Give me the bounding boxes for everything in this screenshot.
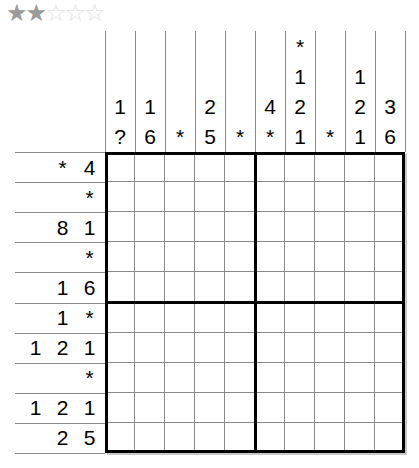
row-clue-number: 1 (76, 336, 103, 360)
column-clue-number: 3 (375, 92, 405, 122)
cell-r4c6[interactable] (255, 242, 285, 272)
cell-r4c2[interactable] (135, 242, 165, 272)
cell-r2c2[interactable] (135, 182, 165, 212)
cell-r7c1[interactable] (105, 333, 135, 363)
cell-r2c9[interactable] (345, 182, 375, 212)
column-clue-number: * (255, 122, 285, 152)
column-clue: * (165, 31, 195, 152)
row-clue: * (15, 363, 105, 393)
puzzle-board (105, 152, 405, 453)
column-clue-number: 1 (105, 92, 135, 122)
cell-r1c8[interactable] (315, 152, 345, 182)
cell-r9c1[interactable] (105, 393, 135, 423)
cell-r8c1[interactable] (105, 363, 135, 393)
cell-r1c4[interactable] (195, 152, 225, 182)
cell-r9c4[interactable] (195, 393, 225, 423)
row-clue-number: 1 (22, 396, 49, 420)
column-clue: * (225, 31, 255, 152)
cell-r10c3[interactable] (165, 423, 195, 453)
column-clue: 16 (135, 31, 165, 152)
cell-r3c4[interactable] (195, 212, 225, 242)
cell-r6c2[interactable] (135, 303, 165, 333)
column-clue-number: 1 (345, 122, 375, 152)
row-clue-number: 2 (49, 336, 76, 360)
column-clue-number: 2 (195, 92, 225, 122)
cell-r1c6[interactable] (255, 152, 285, 182)
column-clue-number: * (315, 122, 345, 152)
column-clue: 36 (375, 31, 405, 152)
row-clue: 1* (15, 303, 105, 333)
cell-r7c9[interactable] (345, 333, 375, 363)
clue-grid-line (405, 31, 406, 152)
cell-r4c5[interactable] (225, 242, 255, 272)
cell-r8c6[interactable] (255, 363, 285, 393)
cell-r10c9[interactable] (345, 423, 375, 453)
row-clue-number: 4 (76, 156, 103, 180)
star-filled-icon: ★ (26, 0, 46, 27)
column-clue: 4* (255, 31, 285, 152)
cell-r2c6[interactable] (255, 182, 285, 212)
row-clue-number: * (76, 366, 103, 390)
row-clue-number: 8 (49, 216, 76, 240)
cell-r7c2[interactable] (135, 333, 165, 363)
row-clue-number: 1 (22, 336, 49, 360)
cell-r6c3[interactable] (165, 303, 195, 333)
cell-r1c1[interactable] (105, 152, 135, 182)
cell-r1c9[interactable] (345, 152, 375, 182)
cell-r6c8[interactable] (315, 303, 345, 333)
difficulty-rating: ★★☆☆☆ (6, 0, 104, 27)
cell-r4c4[interactable] (195, 242, 225, 272)
cell-r9c9[interactable] (345, 393, 375, 423)
cell-r10c5[interactable] (225, 423, 255, 453)
row-clue-number: 5 (76, 426, 103, 450)
column-clue-number: * (285, 32, 315, 62)
cell-r9c3[interactable] (165, 393, 195, 423)
cell-r5c4[interactable] (195, 272, 225, 302)
cell-r8c3[interactable] (165, 363, 195, 393)
row-clue: 121 (15, 333, 105, 363)
cell-r1c3[interactable] (165, 152, 195, 182)
cell-r2c8[interactable] (315, 182, 345, 212)
cell-r6c4[interactable] (195, 303, 225, 333)
cell-r4c7[interactable] (285, 242, 315, 272)
row-clue: 81 (15, 212, 105, 242)
cell-r10c4[interactable] (195, 423, 225, 453)
cell-r4c10[interactable] (375, 242, 405, 272)
cell-r6c5[interactable] (225, 303, 255, 333)
column-clue-number: 6 (375, 122, 405, 152)
column-clue-number: 5 (195, 122, 225, 152)
cell-r3c1[interactable] (105, 212, 135, 242)
clue-grid-line (15, 453, 105, 454)
column-clue: 121 (345, 31, 375, 152)
column-clue-number: 1 (285, 122, 315, 152)
cell-r8c2[interactable] (135, 363, 165, 393)
cell-r3c2[interactable] (135, 212, 165, 242)
cell-r7c4[interactable] (195, 333, 225, 363)
star-empty-icon: ☆ (84, 0, 104, 27)
column-clue-number: 1 (135, 92, 165, 122)
cell-r3c10[interactable] (375, 212, 405, 242)
column-clue-number: * (165, 122, 195, 152)
cell-r3c9[interactable] (345, 212, 375, 242)
cell-r6c10[interactable] (375, 303, 405, 333)
cell-r5c8[interactable] (315, 272, 345, 302)
row-clue: 16 (15, 272, 105, 302)
cell-r3c7[interactable] (285, 212, 315, 242)
nonogram-puzzle: ★★☆☆☆ 1?16*25*4**121*12136 *4*81*161*121… (0, 0, 419, 468)
row-clue-number: * (76, 306, 103, 330)
row-clue: * (15, 242, 105, 272)
cell-r4c9[interactable] (345, 242, 375, 272)
cell-r5c1[interactable] (105, 272, 135, 302)
cell-r7c3[interactable] (165, 333, 195, 363)
row-clue-number: 2 (49, 396, 76, 420)
cell-r3c3[interactable] (165, 212, 195, 242)
row-clue-number: * (76, 246, 103, 270)
cell-r7c10[interactable] (375, 333, 405, 363)
cell-r7c5[interactable] (225, 333, 255, 363)
cell-r8c9[interactable] (345, 363, 375, 393)
cell-r1c5[interactable] (225, 152, 255, 182)
cell-r9c6[interactable] (255, 393, 285, 423)
star-filled-icon: ★ (6, 0, 26, 27)
cell-r10c2[interactable] (135, 423, 165, 453)
cell-r8c7[interactable] (285, 363, 315, 393)
cell-r4c1[interactable] (105, 242, 135, 272)
cell-r5c9[interactable] (345, 272, 375, 302)
star-empty-icon: ☆ (65, 0, 85, 27)
cell-r2c7[interactable] (285, 182, 315, 212)
cell-r10c10[interactable] (375, 423, 405, 453)
row-clue: * (15, 182, 105, 212)
cell-r10c1[interactable] (105, 423, 135, 453)
cell-r4c8[interactable] (315, 242, 345, 272)
cell-r5c10[interactable] (375, 272, 405, 302)
cell-r1c2[interactable] (135, 152, 165, 182)
column-clue-number: 1 (345, 62, 375, 92)
cell-r9c10[interactable] (375, 393, 405, 423)
cell-r6c9[interactable] (345, 303, 375, 333)
column-clue-number: ? (105, 122, 135, 152)
cell-r6c1[interactable] (105, 303, 135, 333)
row-clue-number: * (76, 186, 103, 210)
cell-r9c7[interactable] (285, 393, 315, 423)
cell-r6c6[interactable] (255, 303, 285, 333)
cell-r3c5[interactable] (225, 212, 255, 242)
cell-r2c4[interactable] (195, 182, 225, 212)
row-clue-number: 6 (76, 276, 103, 300)
cell-r5c2[interactable] (135, 272, 165, 302)
cell-r8c8[interactable] (315, 363, 345, 393)
column-clue: 25 (195, 31, 225, 152)
column-clue-number: 4 (255, 92, 285, 122)
row-clue-number: 1 (76, 396, 103, 420)
row-clue-number: 1 (49, 306, 76, 330)
cell-r5c7[interactable] (285, 272, 315, 302)
column-clue: *121 (285, 31, 315, 152)
column-clue: * (315, 31, 345, 152)
star-empty-icon: ☆ (45, 0, 65, 27)
cell-r1c10[interactable] (375, 152, 405, 182)
cell-r4c3[interactable] (165, 242, 195, 272)
cell-r2c3[interactable] (165, 182, 195, 212)
cell-r9c5[interactable] (225, 393, 255, 423)
cell-r8c10[interactable] (375, 363, 405, 393)
cell-r8c4[interactable] (195, 363, 225, 393)
row-clue-number: * (49, 156, 76, 180)
cell-r10c6[interactable] (255, 423, 285, 453)
column-clue-number: 1 (285, 62, 315, 92)
row-clue: 121 (15, 393, 105, 423)
row-clue-number: 1 (76, 216, 103, 240)
row-clue: 25 (15, 423, 105, 453)
cell-r5c3[interactable] (165, 272, 195, 302)
cell-r3c8[interactable] (315, 212, 345, 242)
cell-r7c8[interactable] (315, 333, 345, 363)
column-clue-number: * (225, 122, 255, 152)
cell-r2c5[interactable] (225, 182, 255, 212)
row-clue-number: 2 (49, 426, 76, 450)
cell-r2c10[interactable] (375, 182, 405, 212)
cell-r10c8[interactable] (315, 423, 345, 453)
column-clue-number: 2 (345, 92, 375, 122)
cell-r5c6[interactable] (255, 272, 285, 302)
cell-r1c7[interactable] (285, 152, 315, 182)
cell-r8c5[interactable] (225, 363, 255, 393)
cell-r5c5[interactable] (225, 272, 255, 302)
cell-r9c8[interactable] (315, 393, 345, 423)
column-clue-number: 2 (285, 92, 315, 122)
cell-r2c1[interactable] (105, 182, 135, 212)
cell-r6c7[interactable] (285, 303, 315, 333)
cell-r7c6[interactable] (255, 333, 285, 363)
cell-r10c7[interactable] (285, 423, 315, 453)
row-clue: *4 (15, 152, 105, 182)
row-clue-number: 1 (49, 276, 76, 300)
column-clue-number: 6 (135, 122, 165, 152)
cell-r3c6[interactable] (255, 212, 285, 242)
column-clue: 1? (105, 31, 135, 152)
cell-r9c2[interactable] (135, 393, 165, 423)
cell-r7c7[interactable] (285, 333, 315, 363)
